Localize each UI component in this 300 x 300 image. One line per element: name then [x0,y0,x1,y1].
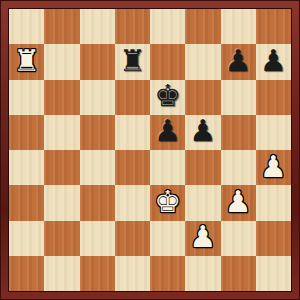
chess-board-frame: ♜♜♟♟♚♟♟♟♚♟♟ [0,0,300,300]
square-b5[interactable] [44,115,79,150]
square-c2[interactable] [80,221,115,256]
white-rook: ♜ [13,46,40,76]
square-b3[interactable] [44,185,79,220]
square-d4[interactable] [115,150,150,185]
black-pawn: ♟ [154,116,181,146]
square-h4[interactable]: ♟ [256,150,291,185]
white-pawn: ♟ [225,187,252,217]
square-f4[interactable] [185,150,220,185]
square-g3[interactable]: ♟ [221,185,256,220]
square-c8[interactable] [80,9,115,44]
square-e5[interactable]: ♟ [150,115,185,150]
black-pawn: ♟ [260,46,287,76]
square-c7[interactable] [80,44,115,79]
square-e7[interactable] [150,44,185,79]
square-g8[interactable] [221,9,256,44]
square-a7[interactable]: ♜ [9,44,44,79]
square-e3[interactable]: ♚ [150,185,185,220]
square-h6[interactable] [256,80,291,115]
square-e6[interactable]: ♚ [150,80,185,115]
square-e4[interactable] [150,150,185,185]
white-king: ♚ [154,187,181,217]
square-g4[interactable] [221,150,256,185]
square-e2[interactable] [150,221,185,256]
square-e8[interactable] [150,9,185,44]
square-f7[interactable] [185,44,220,79]
square-g5[interactable] [221,115,256,150]
square-a8[interactable] [9,9,44,44]
square-f1[interactable] [185,256,220,291]
square-c1[interactable] [80,256,115,291]
chess-board: ♜♜♟♟♚♟♟♟♚♟♟ [9,9,291,291]
square-g2[interactable] [221,221,256,256]
square-d2[interactable] [115,221,150,256]
square-g6[interactable] [221,80,256,115]
square-a4[interactable] [9,150,44,185]
square-b6[interactable] [44,80,79,115]
square-d1[interactable] [115,256,150,291]
square-f2[interactable]: ♟ [185,221,220,256]
square-d6[interactable] [115,80,150,115]
square-g1[interactable] [221,256,256,291]
square-e1[interactable] [150,256,185,291]
black-pawn: ♟ [225,46,252,76]
square-b4[interactable] [44,150,79,185]
black-rook: ♜ [119,46,146,76]
square-a6[interactable] [9,80,44,115]
square-h7[interactable]: ♟ [256,44,291,79]
square-c3[interactable] [80,185,115,220]
square-f8[interactable] [185,9,220,44]
black-pawn: ♟ [189,116,216,146]
white-pawn: ♟ [189,222,216,252]
square-f5[interactable]: ♟ [185,115,220,150]
square-a1[interactable] [9,256,44,291]
square-h8[interactable] [256,9,291,44]
square-c5[interactable] [80,115,115,150]
square-a2[interactable] [9,221,44,256]
square-d5[interactable] [115,115,150,150]
square-h3[interactable] [256,185,291,220]
square-h1[interactable] [256,256,291,291]
square-f3[interactable] [185,185,220,220]
square-d8[interactable] [115,9,150,44]
square-f6[interactable] [185,80,220,115]
square-d3[interactable] [115,185,150,220]
square-b8[interactable] [44,9,79,44]
square-c4[interactable] [80,150,115,185]
square-h5[interactable] [256,115,291,150]
square-g7[interactable]: ♟ [221,44,256,79]
square-a5[interactable] [9,115,44,150]
square-h2[interactable] [256,221,291,256]
square-b1[interactable] [44,256,79,291]
square-d7[interactable]: ♜ [115,44,150,79]
square-b7[interactable] [44,44,79,79]
square-a3[interactable] [9,185,44,220]
white-pawn: ♟ [260,152,287,182]
square-b2[interactable] [44,221,79,256]
black-king: ♚ [154,81,181,111]
square-c6[interactable] [80,80,115,115]
